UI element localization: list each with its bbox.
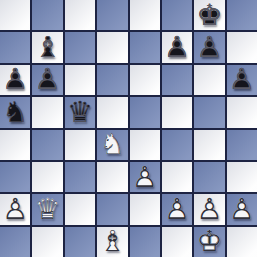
chess-board-window: ♚♔♝♗♟♙♟♙♟♙♟♙♟♙♞♘♛♕♞♘♟♙♟♙♛♕♟♙♟♙♟♙♝♗♚♔ — [0, 0, 257, 257]
square-d6[interactable] — [97, 65, 127, 95]
square-f1[interactable] — [162, 227, 192, 257]
square-e7[interactable] — [130, 32, 160, 62]
square-c6[interactable] — [65, 65, 95, 95]
square-a6[interactable]: ♟♙ — [0, 65, 30, 95]
white-bishop-outline-glyph: ♗ — [97, 227, 127, 257]
black-queen-outline-glyph: ♕ — [65, 97, 95, 127]
black-bishop[interactable]: ♝♗ — [32, 32, 62, 62]
square-h7[interactable] — [227, 32, 257, 62]
square-c7[interactable] — [65, 32, 95, 62]
square-b1[interactable] — [32, 227, 62, 257]
white-pawn-outline-glyph: ♙ — [0, 194, 30, 224]
square-g3[interactable] — [194, 162, 224, 192]
square-f8[interactable] — [162, 0, 192, 30]
square-a3[interactable] — [0, 162, 30, 192]
square-f3[interactable] — [162, 162, 192, 192]
square-c5[interactable]: ♛♕ — [65, 97, 95, 127]
square-e3[interactable]: ♟♙ — [130, 162, 160, 192]
square-b5[interactable] — [32, 97, 62, 127]
square-g2[interactable]: ♟♙ — [194, 194, 224, 224]
black-king[interactable]: ♚♔ — [194, 0, 224, 30]
black-pawn[interactable]: ♟♙ — [0, 65, 30, 95]
square-b7[interactable]: ♝♗ — [32, 32, 62, 62]
black-pawn-outline-glyph: ♙ — [162, 32, 192, 62]
white-pawn[interactable]: ♟♙ — [0, 194, 30, 224]
square-e2[interactable] — [130, 194, 160, 224]
white-pawn[interactable]: ♟♙ — [130, 162, 160, 192]
square-f4[interactable] — [162, 130, 192, 160]
square-f5[interactable] — [162, 97, 192, 127]
square-h8[interactable] — [227, 0, 257, 30]
square-c8[interactable] — [65, 0, 95, 30]
square-h3[interactable] — [227, 162, 257, 192]
square-f6[interactable] — [162, 65, 192, 95]
square-c4[interactable] — [65, 130, 95, 160]
black-pawn[interactable]: ♟♙ — [194, 32, 224, 62]
white-knight-outline-glyph: ♘ — [97, 130, 127, 160]
square-b2[interactable]: ♛♕ — [32, 194, 62, 224]
square-g8[interactable]: ♚♔ — [194, 0, 224, 30]
square-e8[interactable] — [130, 0, 160, 30]
square-h4[interactable] — [227, 130, 257, 160]
black-pawn[interactable]: ♟♙ — [32, 65, 62, 95]
white-pawn-outline-glyph: ♙ — [130, 162, 160, 192]
white-king-outline-glyph: ♔ — [194, 227, 224, 257]
square-d1[interactable]: ♝♗ — [97, 227, 127, 257]
black-pawn-outline-glyph: ♙ — [227, 65, 257, 95]
square-h1[interactable] — [227, 227, 257, 257]
black-pawn-outline-glyph: ♙ — [194, 32, 224, 62]
square-d8[interactable] — [97, 0, 127, 30]
square-b8[interactable] — [32, 0, 62, 30]
square-h2[interactable]: ♟♙ — [227, 194, 257, 224]
white-pawn[interactable]: ♟♙ — [227, 194, 257, 224]
black-pawn[interactable]: ♟♙ — [227, 65, 257, 95]
square-d2[interactable] — [97, 194, 127, 224]
white-bishop[interactable]: ♝♗ — [97, 227, 127, 257]
square-g4[interactable] — [194, 130, 224, 160]
square-a7[interactable] — [0, 32, 30, 62]
white-pawn[interactable]: ♟♙ — [194, 194, 224, 224]
square-a8[interactable] — [0, 0, 30, 30]
square-f7[interactable]: ♟♙ — [162, 32, 192, 62]
white-queen-outline-glyph: ♕ — [32, 194, 62, 224]
square-d4[interactable]: ♞♘ — [97, 130, 127, 160]
square-d5[interactable] — [97, 97, 127, 127]
black-queen[interactable]: ♛♕ — [65, 97, 95, 127]
square-c2[interactable] — [65, 194, 95, 224]
black-knight[interactable]: ♞♘ — [0, 97, 30, 127]
square-e6[interactable] — [130, 65, 160, 95]
square-a5[interactable]: ♞♘ — [0, 97, 30, 127]
white-pawn-outline-glyph: ♙ — [162, 194, 192, 224]
square-g1[interactable]: ♚♔ — [194, 227, 224, 257]
black-king-outline-glyph: ♔ — [194, 0, 224, 30]
square-b3[interactable] — [32, 162, 62, 192]
square-d3[interactable] — [97, 162, 127, 192]
square-h5[interactable] — [227, 97, 257, 127]
black-pawn-outline-glyph: ♙ — [0, 65, 30, 95]
square-g7[interactable]: ♟♙ — [194, 32, 224, 62]
square-e4[interactable] — [130, 130, 160, 160]
white-pawn-outline-glyph: ♙ — [227, 194, 257, 224]
square-c3[interactable] — [65, 162, 95, 192]
square-d7[interactable] — [97, 32, 127, 62]
black-bishop-outline-glyph: ♗ — [32, 32, 62, 62]
square-a2[interactable]: ♟♙ — [0, 194, 30, 224]
square-c1[interactable] — [65, 227, 95, 257]
black-pawn[interactable]: ♟♙ — [162, 32, 192, 62]
square-a1[interactable] — [0, 227, 30, 257]
square-f2[interactable]: ♟♙ — [162, 194, 192, 224]
square-g5[interactable] — [194, 97, 224, 127]
black-pawn-outline-glyph: ♙ — [32, 65, 62, 95]
white-knight[interactable]: ♞♘ — [97, 130, 127, 160]
square-b6[interactable]: ♟♙ — [32, 65, 62, 95]
square-h6[interactable]: ♟♙ — [227, 65, 257, 95]
white-pawn[interactable]: ♟♙ — [162, 194, 192, 224]
white-queen[interactable]: ♛♕ — [32, 194, 62, 224]
chess-board: ♚♔♝♗♟♙♟♙♟♙♟♙♟♙♞♘♛♕♞♘♟♙♟♙♛♕♟♙♟♙♟♙♝♗♚♔ — [0, 0, 257, 257]
white-king[interactable]: ♚♔ — [194, 227, 224, 257]
white-pawn-outline-glyph: ♙ — [194, 194, 224, 224]
square-a4[interactable] — [0, 130, 30, 160]
square-b4[interactable] — [32, 130, 62, 160]
black-knight-outline-glyph: ♘ — [0, 97, 30, 127]
square-e5[interactable] — [130, 97, 160, 127]
square-g6[interactable] — [194, 65, 224, 95]
square-e1[interactable] — [130, 227, 160, 257]
